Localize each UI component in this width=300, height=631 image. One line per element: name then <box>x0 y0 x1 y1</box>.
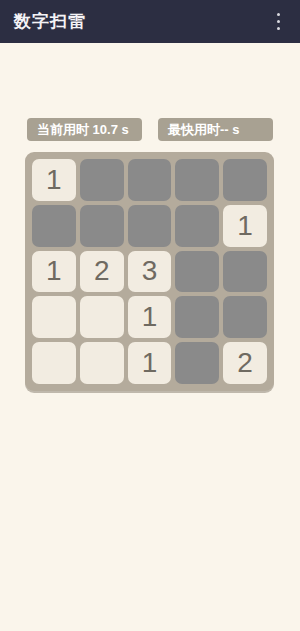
cell-r2c1[interactable] <box>32 205 76 247</box>
cell-r3c1[interactable]: 1 <box>32 251 76 293</box>
cell-r5c1[interactable] <box>32 342 76 384</box>
cell-r5c5[interactable]: 2 <box>223 342 267 384</box>
kebab-dot <box>277 20 280 23</box>
cell-r5c3[interactable]: 1 <box>128 342 172 384</box>
cell-r4c1[interactable] <box>32 296 76 338</box>
cell-r3c2[interactable]: 2 <box>80 251 124 293</box>
board: 11123112 <box>25 152 274 391</box>
cell-r4c2[interactable] <box>80 296 124 338</box>
app-title: 数字扫雷 <box>14 10 268 33</box>
cell-r5c2[interactable] <box>80 342 124 384</box>
current-time-badge: 当前用时 10.7 s <box>27 118 142 141</box>
cell-r5c4[interactable] <box>175 342 219 384</box>
kebab-dot <box>277 27 280 30</box>
cell-r1c2[interactable] <box>80 159 124 201</box>
cell-r3c3[interactable]: 3 <box>128 251 172 293</box>
cell-r2c5[interactable]: 1 <box>223 205 267 247</box>
cell-r1c4[interactable] <box>175 159 219 201</box>
best-time-badge: 最快用时-- s <box>158 118 273 141</box>
cell-r4c4[interactable] <box>175 296 219 338</box>
cell-r1c5[interactable] <box>223 159 267 201</box>
kebab-menu-icon[interactable] <box>268 8 288 36</box>
cell-r2c3[interactable] <box>128 205 172 247</box>
cell-r2c4[interactable] <box>175 205 219 247</box>
app-bar: 数字扫雷 <box>0 0 300 43</box>
cell-r1c1[interactable]: 1 <box>32 159 76 201</box>
cell-r4c5[interactable] <box>223 296 267 338</box>
kebab-dot <box>277 13 280 16</box>
cell-r4c3[interactable]: 1 <box>128 296 172 338</box>
cell-r2c2[interactable] <box>80 205 124 247</box>
cell-r3c4[interactable] <box>175 251 219 293</box>
cell-r1c3[interactable] <box>128 159 172 201</box>
cell-r3c5[interactable] <box>223 251 267 293</box>
stats-row: 当前用时 10.7 s 最快用时-- s <box>27 118 273 141</box>
